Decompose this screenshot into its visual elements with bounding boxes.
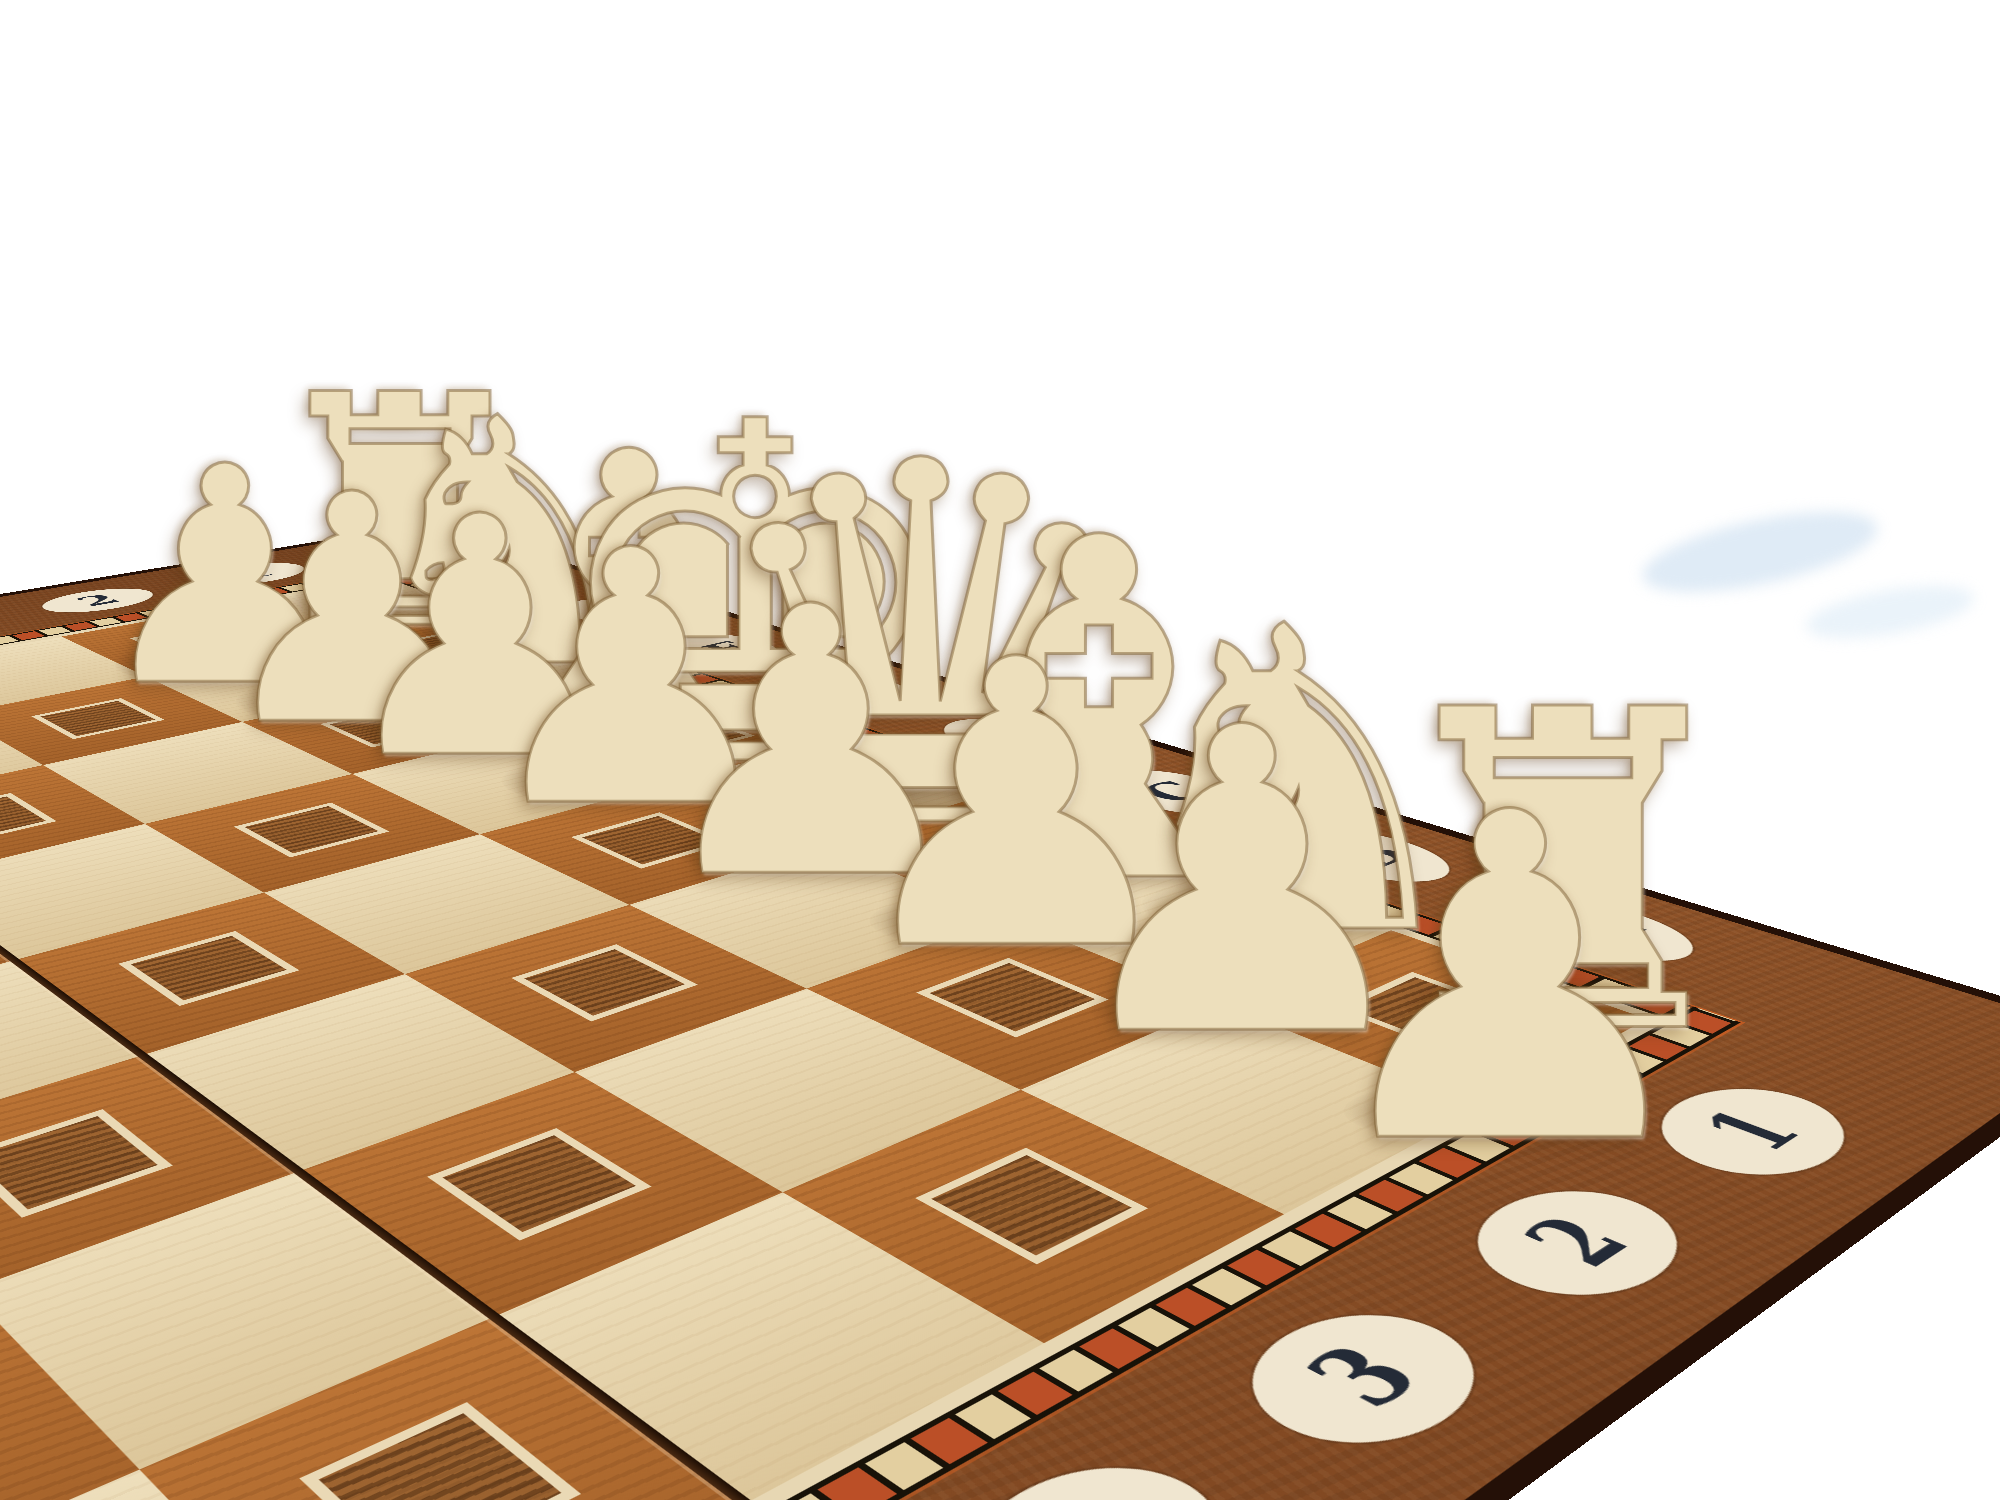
pieces-layer: ♜♞♝♚♛♝♞♜♟♟♟♟♟♟♟♟	[0, 0, 2000, 1500]
photo-frame: HGFEDCBA112233445566 ♜♞♝♚♛♝♞♜♟♟♟♟♟♟♟♟	[0, 0, 2000, 1500]
white-pawn-a2[interactable]: ♟	[1308, 755, 1711, 1205]
